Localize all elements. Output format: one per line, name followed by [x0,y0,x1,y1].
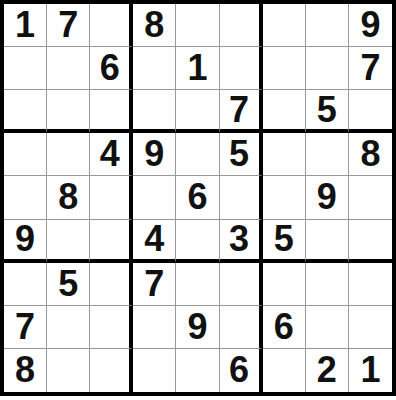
cell-r6c7-given[interactable]: 5 [263,220,306,263]
cell-r3c9-empty[interactable] [349,90,392,133]
cell-r2c8-empty[interactable] [306,47,349,90]
cell-r6c5-empty[interactable] [176,220,219,263]
cell-r1c8-empty[interactable] [306,4,349,47]
cell-r8c1-given[interactable]: 7 [4,306,47,349]
cell-r3c2-empty[interactable] [47,90,90,133]
cell-r2c6-empty[interactable] [220,47,263,90]
cell-r5c3-empty[interactable] [90,176,133,219]
cell-r1c3-empty[interactable] [90,4,133,47]
cell-r5c8-given[interactable]: 9 [306,176,349,219]
cell-r2c4-empty[interactable] [133,47,176,90]
cell-r6c2-empty[interactable] [47,220,90,263]
cell-r4c1-empty[interactable] [4,133,47,176]
cell-r4c8-empty[interactable] [306,133,349,176]
cell-r6c8-empty[interactable] [306,220,349,263]
cell-r9c8-given[interactable]: 2 [306,349,349,392]
cell-r4c5-empty[interactable] [176,133,219,176]
cell-r6c3-empty[interactable] [90,220,133,263]
cell-r6c6-given[interactable]: 3 [220,220,263,263]
cell-r8c6-empty[interactable] [220,306,263,349]
cell-r6c9-empty[interactable] [349,220,392,263]
cell-r3c8-given[interactable]: 5 [306,90,349,133]
cell-r7c3-empty[interactable] [90,263,133,306]
cell-r3c3-empty[interactable] [90,90,133,133]
cell-r3c5-empty[interactable] [176,90,219,133]
cell-r5c7-empty[interactable] [263,176,306,219]
cell-r2c9-given[interactable]: 7 [349,47,392,90]
cell-r2c2-empty[interactable] [47,47,90,90]
cell-r2c5-given[interactable]: 1 [176,47,219,90]
cell-r3c7-empty[interactable] [263,90,306,133]
cell-r1c9-given[interactable]: 9 [349,4,392,47]
cell-r1c6-empty[interactable] [220,4,263,47]
cell-r5c2-given[interactable]: 8 [47,176,90,219]
cell-r9c7-empty[interactable] [263,349,306,392]
cell-r3c1-empty[interactable] [4,90,47,133]
cell-r2c3-given[interactable]: 6 [90,47,133,90]
cell-r9c5-empty[interactable] [176,349,219,392]
cell-r1c7-empty[interactable] [263,4,306,47]
cell-r7c6-empty[interactable] [220,263,263,306]
cell-r6c1-given[interactable]: 9 [4,220,47,263]
cell-r5c9-empty[interactable] [349,176,392,219]
cell-r7c7-empty[interactable] [263,263,306,306]
cell-r1c5-empty[interactable] [176,4,219,47]
cell-r4c6-given[interactable]: 5 [220,133,263,176]
cell-r4c3-given[interactable]: 4 [90,133,133,176]
cell-r8c5-given[interactable]: 9 [176,306,219,349]
cell-r2c7-empty[interactable] [263,47,306,90]
cell-r9c9-given[interactable]: 1 [349,349,392,392]
cell-r1c2-given[interactable]: 7 [47,4,90,47]
cell-r8c7-given[interactable]: 6 [263,306,306,349]
cell-r8c9-empty[interactable] [349,306,392,349]
cell-r8c8-empty[interactable] [306,306,349,349]
cell-r1c4-given[interactable]: 8 [133,4,176,47]
cell-r8c2-empty[interactable] [47,306,90,349]
cell-r4c4-given[interactable]: 9 [133,133,176,176]
cell-r1c1-given[interactable]: 1 [4,4,47,47]
cell-r9c6-given[interactable]: 6 [220,349,263,392]
cell-r7c5-empty[interactable] [176,263,219,306]
cell-r8c3-empty[interactable] [90,306,133,349]
cell-r3c4-empty[interactable] [133,90,176,133]
cell-r7c9-empty[interactable] [349,263,392,306]
sudoku-board: 17896177549588699435577968621 [0,0,396,396]
cell-r2c1-empty[interactable] [4,47,47,90]
cell-r6c4-given[interactable]: 4 [133,220,176,263]
cell-r9c4-empty[interactable] [133,349,176,392]
cell-r5c5-given[interactable]: 6 [176,176,219,219]
cell-r7c1-empty[interactable] [4,263,47,306]
cell-r4c9-given[interactable]: 8 [349,133,392,176]
cell-r9c2-empty[interactable] [47,349,90,392]
cell-r5c4-empty[interactable] [133,176,176,219]
cell-r4c7-empty[interactable] [263,133,306,176]
cell-r7c8-empty[interactable] [306,263,349,306]
cell-r9c1-given[interactable]: 8 [4,349,47,392]
cell-r4c2-empty[interactable] [47,133,90,176]
cell-r7c2-given[interactable]: 5 [47,263,90,306]
cell-r8c4-empty[interactable] [133,306,176,349]
cell-r5c1-empty[interactable] [4,176,47,219]
cell-r9c3-empty[interactable] [90,349,133,392]
cell-r7c4-given[interactable]: 7 [133,263,176,306]
cell-r5c6-empty[interactable] [220,176,263,219]
cell-r3c6-given[interactable]: 7 [220,90,263,133]
